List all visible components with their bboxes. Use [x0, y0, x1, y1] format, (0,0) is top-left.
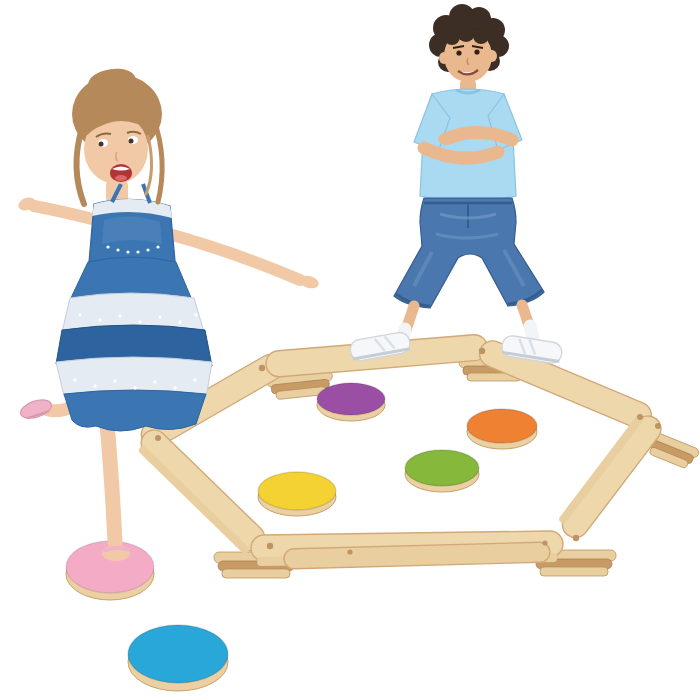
girl-bodice-wash	[102, 216, 162, 244]
girl-standing-leg	[107, 424, 115, 542]
disc-orange	[467, 409, 537, 449]
boy-forearm-right	[448, 132, 512, 140]
boy-sock-right	[530, 326, 533, 338]
boy-hand-left	[490, 146, 504, 156]
boy-hand-right	[438, 133, 454, 145]
girl-skirt-tier5	[64, 390, 206, 431]
product-photo	[0, 0, 700, 700]
disc-blue	[128, 625, 228, 691]
disc-purple	[317, 383, 385, 421]
disc-yellow	[258, 472, 336, 516]
disc-green	[405, 450, 479, 492]
